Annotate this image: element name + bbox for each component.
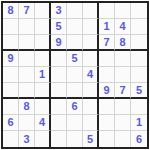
cell-r5c3[interactable]: 1 xyxy=(35,67,51,83)
cell-r3c7[interactable]: 7 xyxy=(99,35,115,51)
cell-r1c9[interactable] xyxy=(131,3,147,19)
cell-r3c4[interactable]: 9 xyxy=(51,35,67,51)
cell-r7c3[interactable] xyxy=(35,99,51,115)
cell-r9c2[interactable]: 3 xyxy=(19,131,35,147)
cell-r1c1[interactable]: 8 xyxy=(3,3,19,19)
cell-r6c3[interactable] xyxy=(35,83,51,99)
cell-r8c2[interactable] xyxy=(19,115,35,131)
cell-r4c9[interactable] xyxy=(131,51,147,67)
cell-r4c5[interactable]: 5 xyxy=(67,51,83,67)
cell-r7c7[interactable] xyxy=(99,99,115,115)
cell-r1c3[interactable] xyxy=(35,3,51,19)
cell-r1c6[interactable] xyxy=(83,3,99,19)
cell-r3c1[interactable] xyxy=(3,35,19,51)
cell-r7c4[interactable] xyxy=(51,99,67,115)
cell-r3c9[interactable] xyxy=(131,35,147,51)
cell-r6c5[interactable] xyxy=(67,83,83,99)
cell-r7c8[interactable] xyxy=(115,99,131,115)
cell-r7c6[interactable] xyxy=(83,99,99,115)
cell-r5c8[interactable] xyxy=(115,67,131,83)
cell-r1c5[interactable] xyxy=(67,3,83,19)
cell-r5c5[interactable] xyxy=(67,67,83,83)
cell-r6c1[interactable] xyxy=(3,83,19,99)
cell-r7c5[interactable]: 6 xyxy=(67,99,83,115)
cell-r2c6[interactable] xyxy=(83,19,99,35)
cell-r3c6[interactable] xyxy=(83,35,99,51)
cell-r7c2[interactable]: 8 xyxy=(19,99,35,115)
cell-r5c7[interactable] xyxy=(99,67,115,83)
cell-r9c1[interactable] xyxy=(3,131,19,147)
cell-r5c9[interactable] xyxy=(131,67,147,83)
cell-r9c9[interactable]: 6 xyxy=(131,131,147,147)
cell-r4c1[interactable]: 9 xyxy=(3,51,19,67)
cell-r5c1[interactable] xyxy=(3,67,19,83)
cell-r6c7[interactable]: 9 xyxy=(99,83,115,99)
cell-r3c2[interactable] xyxy=(19,35,35,51)
cell-r2c1[interactable] xyxy=(3,19,19,35)
cell-r7c1[interactable] xyxy=(3,99,19,115)
cell-r9c4[interactable] xyxy=(51,131,67,147)
cell-r9c8[interactable] xyxy=(115,131,131,147)
cell-r8c4[interactable] xyxy=(51,115,67,131)
cell-r1c7[interactable] xyxy=(99,3,115,19)
cell-r2c4[interactable]: 5 xyxy=(51,19,67,35)
cell-r2c5[interactable] xyxy=(67,19,83,35)
cell-r3c3[interactable] xyxy=(35,35,51,51)
cell-r8c1[interactable]: 6 xyxy=(3,115,19,131)
cell-r1c8[interactable] xyxy=(115,3,131,19)
cell-r7c9[interactable] xyxy=(131,99,147,115)
cell-r9c3[interactable] xyxy=(35,131,51,147)
cell-r6c4[interactable] xyxy=(51,83,67,99)
cell-r2c3[interactable] xyxy=(35,19,51,35)
cell-r3c8[interactable]: 8 xyxy=(115,35,131,51)
cell-r9c6[interactable]: 5 xyxy=(83,131,99,147)
cell-r8c7[interactable] xyxy=(99,115,115,131)
cell-r9c7[interactable] xyxy=(99,131,115,147)
cell-r8c6[interactable] xyxy=(83,115,99,131)
cell-r8c3[interactable]: 4 xyxy=(35,115,51,131)
cell-r4c8[interactable] xyxy=(115,51,131,67)
cell-r1c2[interactable]: 7 xyxy=(19,3,35,19)
cell-r3c5[interactable] xyxy=(67,35,83,51)
cell-r6c9[interactable]: 5 xyxy=(131,83,147,99)
cell-r2c7[interactable]: 1 xyxy=(99,19,115,35)
cell-r6c2[interactable] xyxy=(19,83,35,99)
cell-r4c6[interactable] xyxy=(83,51,99,67)
cell-r2c8[interactable]: 4 xyxy=(115,19,131,35)
cell-r8c5[interactable] xyxy=(67,115,83,131)
cell-r5c2[interactable] xyxy=(19,67,35,83)
cell-r6c8[interactable]: 7 xyxy=(115,83,131,99)
cell-r6c6[interactable] xyxy=(83,83,99,99)
cell-r5c4[interactable] xyxy=(51,67,67,83)
cell-r8c9[interactable]: 1 xyxy=(131,115,147,131)
cell-r2c2[interactable] xyxy=(19,19,35,35)
cell-r4c7[interactable] xyxy=(99,51,115,67)
cell-r8c8[interactable] xyxy=(115,115,131,131)
cell-r4c2[interactable] xyxy=(19,51,35,67)
cell-r4c4[interactable] xyxy=(51,51,67,67)
cell-r9c5[interactable] xyxy=(67,131,83,147)
cell-r5c6[interactable]: 4 xyxy=(83,67,99,83)
sudoku-board: 873514978951497586641356 xyxy=(1,1,149,149)
cell-r1c4[interactable]: 3 xyxy=(51,3,67,19)
cell-r4c3[interactable] xyxy=(35,51,51,67)
cell-r2c9[interactable] xyxy=(131,19,147,35)
